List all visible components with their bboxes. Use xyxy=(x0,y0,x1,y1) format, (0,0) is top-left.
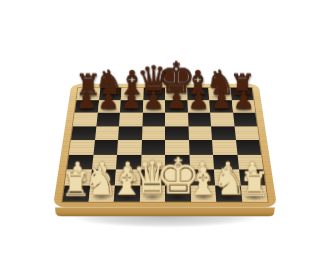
square-h1[interactable]: ♜ xyxy=(240,185,267,201)
square-d5[interactable] xyxy=(142,126,166,140)
perspective-scene: ♜♞♝♛♚♝♞♜♟♟♟♟♟♟♟♟♟♟♟♟♟♟♟♟♜♞♝♛♚♝♞♜ xyxy=(63,38,267,242)
photo-stage: ♜♞♝♛♚♝♞♜♟♟♟♟♟♟♟♟♟♟♟♟♟♟♟♟♜♞♝♛♚♝♞♜ xyxy=(0,0,330,275)
square-g7[interactable]: ♟ xyxy=(209,100,232,113)
square-h5[interactable] xyxy=(234,126,259,140)
square-f6[interactable] xyxy=(188,113,211,126)
square-c7[interactable]: ♟ xyxy=(120,100,143,113)
piece-white-rook[interactable]: ♜ xyxy=(239,167,269,201)
square-b6[interactable] xyxy=(96,113,120,126)
square-g4[interactable] xyxy=(212,140,237,154)
square-g1[interactable]: ♞ xyxy=(215,185,242,201)
board-grid: ♜♞♝♛♚♝♞♜♟♟♟♟♟♟♟♟♟♟♟♟♟♟♟♟♜♞♝♛♚♝♞♜ xyxy=(62,88,267,202)
square-g6[interactable] xyxy=(210,113,234,126)
square-a6[interactable] xyxy=(73,113,97,126)
square-a4[interactable] xyxy=(69,140,95,154)
piece-black-pawn[interactable]: ♟ xyxy=(98,88,120,112)
piece-black-pawn[interactable]: ♟ xyxy=(211,88,233,112)
square-g5[interactable] xyxy=(211,126,235,140)
square-a5[interactable] xyxy=(71,126,96,140)
piece-black-pawn[interactable]: ♟ xyxy=(143,88,165,112)
square-h6[interactable] xyxy=(233,113,257,126)
piece-black-pawn[interactable]: ♟ xyxy=(75,88,97,112)
piece-black-pawn[interactable]: ♟ xyxy=(233,88,255,112)
square-c5[interactable] xyxy=(118,126,142,140)
board-front-edge xyxy=(55,207,275,216)
square-e5[interactable] xyxy=(165,126,189,140)
square-f5[interactable] xyxy=(188,126,212,140)
square-d7[interactable]: ♟ xyxy=(142,100,165,113)
square-e6[interactable] xyxy=(165,113,188,126)
square-c6[interactable] xyxy=(119,113,142,126)
square-h4[interactable] xyxy=(236,140,262,154)
piece-black-pawn[interactable]: ♟ xyxy=(120,88,142,112)
chess-board: ♜♞♝♛♚♝♞♜♟♟♟♟♟♟♟♟♟♟♟♟♟♟♟♟♜♞♝♛♚♝♞♜ xyxy=(53,84,277,208)
piece-black-pawn[interactable]: ♟ xyxy=(188,88,210,112)
square-f7[interactable]: ♟ xyxy=(187,100,210,113)
square-e7[interactable]: ♟ xyxy=(165,100,188,113)
square-a7[interactable]: ♟ xyxy=(75,100,99,113)
piece-black-pawn[interactable]: ♟ xyxy=(166,88,188,112)
square-b4[interactable] xyxy=(93,140,118,154)
square-b5[interactable] xyxy=(95,126,119,140)
square-d6[interactable] xyxy=(142,113,165,126)
square-b7[interactable]: ♟ xyxy=(97,100,120,113)
square-h7[interactable]: ♟ xyxy=(231,100,255,113)
